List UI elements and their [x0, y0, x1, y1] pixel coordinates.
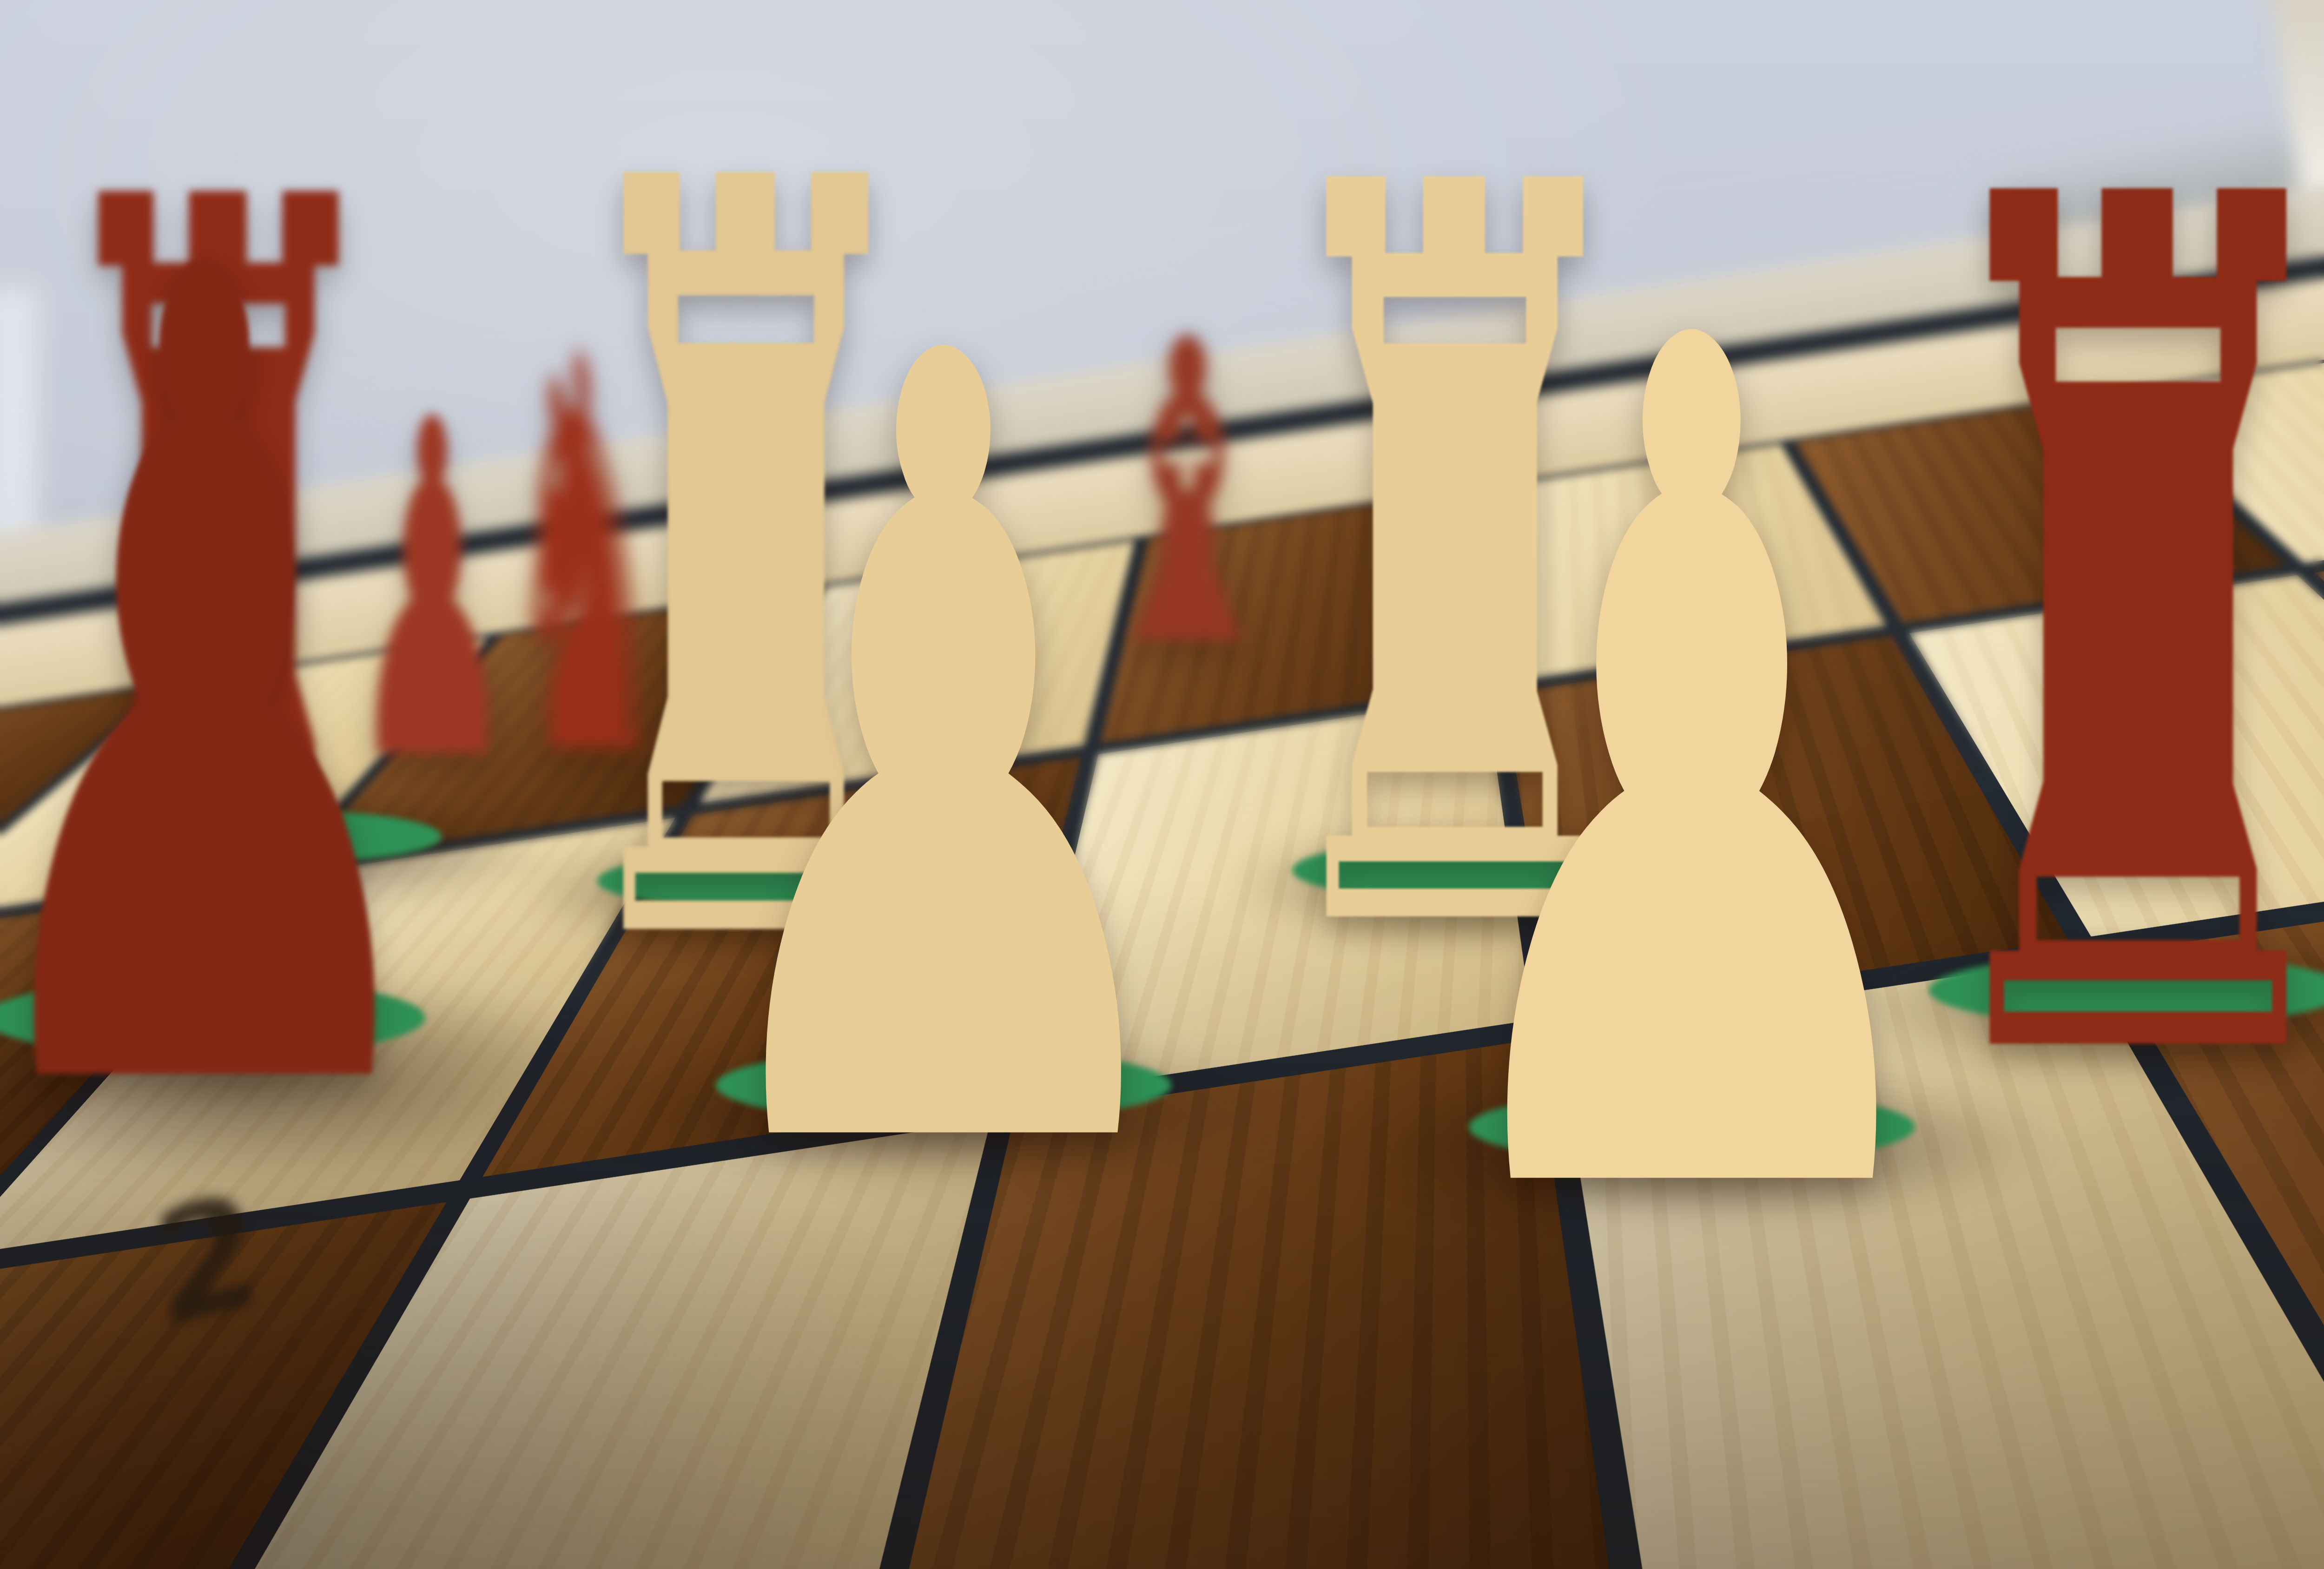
red-pawn-h4[interactable]: ♟ [2122, 280, 2324, 1101]
red-pawn-a4[interactable]: ♟ [0, 269, 705, 1027]
